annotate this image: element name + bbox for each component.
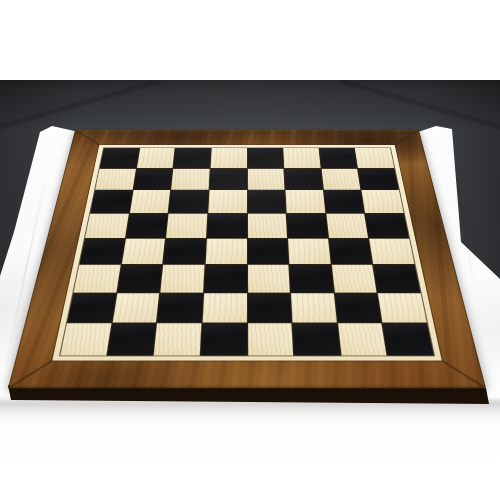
- square-r4c5: [247, 214, 287, 238]
- square-r7c3: [157, 293, 203, 323]
- square-r7c7: [335, 293, 382, 323]
- square-r8c1: [60, 324, 111, 356]
- square-r2c1: [95, 169, 136, 190]
- square-r6c7: [332, 265, 377, 293]
- square-r8c6: [293, 324, 340, 356]
- square-r2c8: [358, 169, 399, 190]
- square-r7c2: [112, 293, 159, 323]
- square-r8c4: [201, 324, 247, 356]
- square-r6c1: [74, 265, 121, 293]
- square-r6c2: [117, 265, 162, 293]
- square-r3c7: [324, 190, 365, 213]
- square-r3c3: [169, 190, 209, 213]
- backdrop-crease-left: [0, 79, 161, 129]
- square-r8c8: [383, 324, 434, 356]
- product-photo-scene: [0, 0, 500, 500]
- square-r5c6: [288, 238, 330, 264]
- square-r5c7: [329, 238, 373, 264]
- square-r4c1: [85, 214, 128, 238]
- square-r5c3: [164, 238, 206, 264]
- square-r5c1: [80, 238, 125, 264]
- square-r6c6: [290, 265, 334, 293]
- square-r8c5: [248, 324, 294, 356]
- square-r6c3: [161, 265, 205, 293]
- square-r2c7: [321, 169, 360, 190]
- square-r7c5: [248, 293, 292, 323]
- square-r3c4: [208, 190, 246, 213]
- square-r5c8: [369, 238, 414, 264]
- square-r1c6: [283, 148, 320, 168]
- square-r8c3: [154, 324, 201, 356]
- square-r3c2: [130, 190, 171, 213]
- square-r2c4: [209, 169, 246, 190]
- board-shadow: [0, 400, 500, 424]
- square-r2c3: [171, 169, 209, 190]
- square-r1c2: [137, 148, 175, 168]
- square-r2c5: [247, 169, 284, 190]
- square-r2c2: [133, 169, 172, 190]
- square-r7c8: [378, 293, 427, 323]
- backdrop-crease-right: [339, 79, 500, 129]
- square-r1c7: [319, 148, 357, 168]
- square-r3c5: [247, 190, 285, 213]
- square-r3c6: [286, 190, 326, 213]
- square-r6c8: [374, 265, 421, 293]
- square-r7c1: [67, 293, 116, 323]
- square-r1c4: [211, 148, 247, 168]
- square-r4c2: [126, 214, 168, 238]
- square-r1c5: [247, 148, 283, 168]
- square-r8c2: [107, 324, 156, 356]
- square-r1c1: [100, 148, 139, 168]
- square-r1c8: [355, 148, 394, 168]
- square-r4c6: [287, 214, 328, 238]
- square-r8c7: [338, 324, 387, 356]
- chessboard: [8, 130, 486, 389]
- square-r6c5: [248, 265, 290, 293]
- square-r1c3: [174, 148, 211, 168]
- square-r2c6: [284, 169, 322, 190]
- square-r5c4: [206, 238, 247, 264]
- square-r7c4: [202, 293, 246, 323]
- square-r5c2: [122, 238, 166, 264]
- square-r3c8: [362, 190, 404, 213]
- square-r4c8: [365, 214, 408, 238]
- square-r7c6: [291, 293, 337, 323]
- square-r6c4: [204, 265, 246, 293]
- square-r5c5: [248, 238, 289, 264]
- square-r3c1: [90, 190, 132, 213]
- top-white-strip: [0, 0, 500, 80]
- playing-field: [60, 148, 433, 356]
- square-r4c3: [166, 214, 207, 238]
- square-r4c4: [207, 214, 247, 238]
- square-r4c7: [326, 214, 368, 238]
